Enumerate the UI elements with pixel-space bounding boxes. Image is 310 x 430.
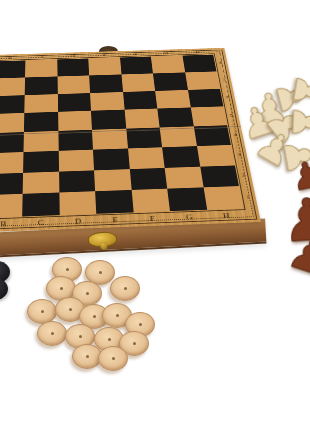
checker-hole	[93, 315, 96, 318]
board-square	[0, 60, 25, 78]
clasp-knob	[100, 242, 107, 250]
checker-hole	[51, 332, 54, 335]
file-label: C	[22, 217, 60, 229]
rank-label: 6	[221, 88, 235, 106]
board-square	[24, 112, 58, 132]
board-square	[162, 146, 200, 168]
file-label: H	[181, 48, 213, 55]
checker-hole	[108, 338, 111, 341]
checker-hole	[133, 342, 136, 345]
board-square	[0, 152, 24, 174]
board-square	[123, 91, 158, 110]
board-square	[59, 191, 96, 215]
board-square	[89, 74, 122, 92]
board-square	[157, 108, 193, 128]
file-label: G	[170, 211, 208, 223]
checker-hole	[79, 335, 82, 338]
rank-label: 5	[224, 106, 238, 125]
board-square	[182, 55, 216, 73]
checker-hole	[86, 355, 89, 358]
checker-hole	[112, 357, 115, 360]
light-checker-piece	[110, 276, 140, 301]
board-square	[151, 56, 185, 74]
board-square	[185, 71, 220, 89]
board-square	[128, 147, 165, 169]
board-square	[23, 151, 59, 173]
board-square	[95, 190, 133, 214]
board-square	[22, 193, 59, 217]
checker-hole	[66, 268, 69, 271]
board-square	[58, 111, 92, 131]
board-square	[59, 170, 96, 193]
brass-clasp	[88, 231, 118, 247]
board-square	[167, 188, 206, 212]
file-label: E	[88, 51, 120, 58]
board-square	[124, 109, 159, 129]
file-label: G	[150, 49, 182, 56]
board-square	[58, 149, 94, 171]
board-square	[23, 171, 59, 194]
board-square	[190, 107, 227, 127]
board-square	[0, 77, 25, 96]
file-label: H	[207, 210, 246, 222]
board-square	[153, 72, 188, 90]
board-square	[25, 59, 57, 77]
board-square	[165, 166, 204, 189]
product-photo-scene: A B C D E F G H 8 7 6 5 4 3 2 1 8	[0, 0, 310, 430]
file-label: B	[0, 54, 26, 61]
dark-checker-piece	[0, 278, 8, 300]
board-square	[131, 189, 170, 213]
board-square	[93, 148, 129, 170]
checker-hole	[69, 308, 72, 311]
board-square	[57, 93, 91, 112]
board-frame: A B C D E F G H 8 7 6 5 4 3 2 1 8	[0, 48, 261, 234]
checker-hole	[124, 287, 127, 290]
board-square	[88, 58, 121, 76]
board-square	[0, 113, 24, 133]
light-checker-piece	[37, 321, 67, 346]
board-square	[200, 165, 239, 187]
checker-hole	[99, 271, 102, 274]
board-square	[0, 95, 25, 114]
board-square	[94, 169, 131, 192]
board-square	[188, 89, 224, 108]
file-label: B	[0, 218, 22, 230]
rank-label: 7	[217, 71, 231, 89]
light-checker-piece	[98, 346, 128, 371]
board-square	[120, 57, 153, 75]
board-square	[0, 172, 23, 195]
board-square	[57, 59, 89, 77]
board-square	[25, 76, 58, 95]
board-square	[121, 73, 155, 91]
file-label: D	[59, 215, 97, 227]
board-square	[24, 94, 57, 113]
file-label: D	[57, 52, 88, 59]
board-square	[0, 194, 23, 218]
board-square	[196, 145, 234, 167]
board-square	[90, 92, 124, 111]
board-square	[57, 75, 90, 94]
file-label: F	[119, 50, 151, 57]
file-label: E	[96, 214, 134, 226]
board-square	[203, 186, 243, 209]
squares-grid	[0, 55, 243, 220]
board-square	[155, 90, 190, 109]
file-label: C	[25, 53, 56, 60]
checker-hole	[86, 292, 89, 295]
checker-hole	[60, 287, 63, 290]
checker-hole	[41, 310, 44, 313]
chess-board: A B C D E F G H 8 7 6 5 4 3 2 1 8	[0, 48, 261, 234]
checker-hole	[116, 314, 119, 317]
checker-hole	[139, 323, 142, 326]
file-label: F	[133, 213, 171, 225]
board-square	[129, 168, 167, 191]
board-square	[91, 110, 126, 130]
rank-label: 8	[214, 54, 227, 71]
